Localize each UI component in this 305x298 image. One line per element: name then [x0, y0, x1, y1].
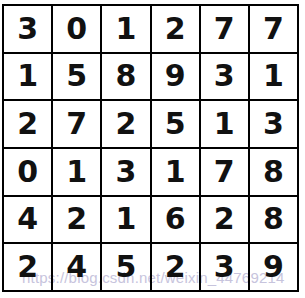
grid-cell-r1c3: 1: [101, 5, 150, 53]
diagram-canvas: https://blog.csdn.net/weixin_44769214 30…: [0, 0, 305, 298]
grid-cell-r1c1: 3: [3, 5, 52, 53]
grid-cell-r2c2: 5: [52, 53, 101, 101]
grid-cell-r4c3: 3: [101, 148, 150, 196]
grid-cell-r4c4: 1: [151, 148, 200, 196]
grid-cell-r5c6: 8: [249, 196, 298, 244]
grid-cell-r5c5: 2: [200, 196, 249, 244]
grid-cell-r4c6: 8: [249, 148, 298, 196]
grid-cell-r2c5: 3: [200, 53, 249, 101]
grid-cell-r6c3: 5: [101, 243, 150, 291]
grid-cell-r2c4: 9: [151, 53, 200, 101]
grid-cell-r6c1: 2: [3, 243, 52, 291]
grid-cell-r6c2: 4: [52, 243, 101, 291]
grid-cell-r3c4: 5: [151, 100, 200, 148]
grid-cell-r4c2: 1: [52, 148, 101, 196]
number-grid: 301277158931272513013178421628245239: [2, 4, 299, 292]
grid-cell-r6c6: 9: [249, 243, 298, 291]
grid-cell-r4c5: 7: [200, 148, 249, 196]
grid-cell-r4c1: 0: [3, 148, 52, 196]
grid-cell-r6c4: 2: [151, 243, 200, 291]
grid-cell-r3c1: 2: [3, 100, 52, 148]
grid-cell-r3c3: 2: [101, 100, 150, 148]
grid-cell-r5c2: 2: [52, 196, 101, 244]
grid-cell-r1c2: 0: [52, 5, 101, 53]
grid-cell-r1c4: 2: [151, 5, 200, 53]
grid-cell-r2c3: 8: [101, 53, 150, 101]
grid-cell-r3c5: 1: [200, 100, 249, 148]
grid-cell-r3c6: 3: [249, 100, 298, 148]
grid-cell-r1c5: 7: [200, 5, 249, 53]
grid-cell-r3c2: 7: [52, 100, 101, 148]
grid-cell-r2c6: 1: [249, 53, 298, 101]
grid-cell-r5c4: 6: [151, 196, 200, 244]
grid-cell-r5c1: 4: [3, 196, 52, 244]
grid-cell-r6c5: 3: [200, 243, 249, 291]
grid-cell-r1c6: 7: [249, 5, 298, 53]
grid-cell-r2c1: 1: [3, 53, 52, 101]
grid-cell-r5c3: 1: [101, 196, 150, 244]
